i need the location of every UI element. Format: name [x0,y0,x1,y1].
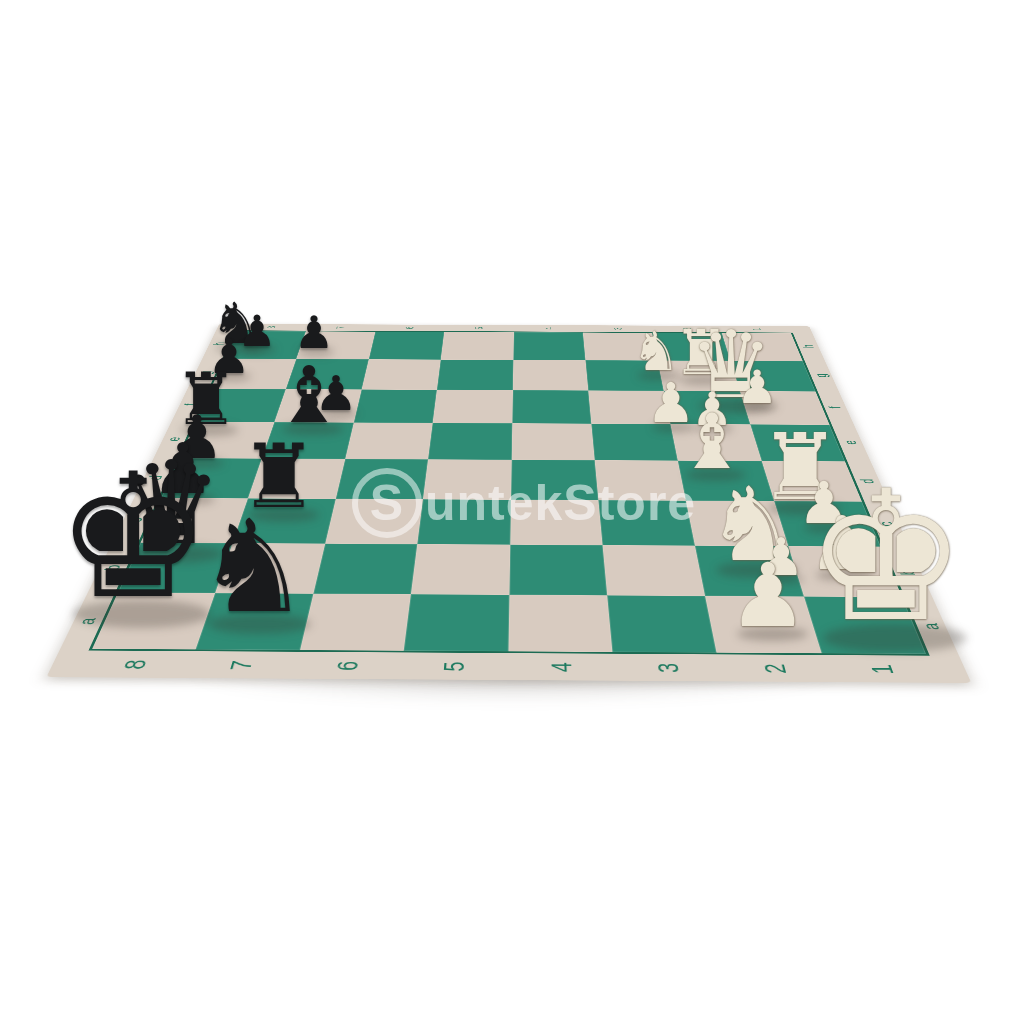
coord-label-left-b: b [102,565,124,571]
coord-label-top-2: 2 [681,328,693,330]
square-g4 [513,360,589,391]
coord-label-right-f: f [827,406,844,408]
coord-label-bottom-3: 3 [652,663,683,673]
square-a5 [404,594,509,651]
coord-label-top-1: 1 [751,328,763,330]
square-b8 [118,543,233,593]
coord-label-bottom-1: 1 [865,664,898,674]
coord-label-top-6: 6 [404,327,415,329]
square-g1 [730,361,815,392]
square-h7 [297,331,376,359]
watermark: SuntekStore [352,468,696,538]
square-a4 [508,595,612,652]
watermark-logo-ring: S [352,468,422,538]
coord-label-left-c: c [125,518,146,523]
square-g2 [658,361,740,392]
square-g8 [211,359,297,389]
square-f4 [512,390,591,423]
coord-label-top-4: 4 [543,327,554,329]
coord-label-right-c: c [876,522,897,527]
square-b4 [509,545,607,596]
coord-label-top-5: 5 [473,327,484,329]
square-f7 [275,389,362,422]
square-e2 [671,424,762,461]
square-g6 [361,359,440,389]
square-c8 [141,498,249,543]
square-b3 [602,545,705,596]
watermark-text: untekStore [425,474,696,532]
coord-label-left-e: e [165,437,184,441]
square-d8 [161,458,262,499]
coord-label-bottom-6: 6 [332,661,363,671]
square-f2 [664,391,750,425]
square-b6 [313,544,417,595]
square-a7 [196,593,313,650]
coord-label-left-h: h [211,342,227,345]
square-h8 [224,331,306,359]
square-f3 [588,390,670,424]
square-b1 [788,546,902,597]
square-e1 [750,424,845,461]
square-e6 [345,422,433,459]
coord-label-right-e: e [841,440,860,444]
square-h6 [369,332,445,360]
square-g3 [585,360,663,391]
square-e5 [428,423,512,460]
coord-label-left-g: g [197,371,214,375]
square-h3 [583,333,658,361]
coord-label-top-3: 3 [612,327,623,329]
square-d1 [761,461,862,502]
square-h2 [652,333,730,361]
square-a3 [607,595,717,652]
square-h1 [722,333,803,361]
square-a2 [705,596,821,653]
square-d7 [248,458,345,499]
square-a6 [300,594,411,651]
square-e8 [179,422,274,459]
watermark-ring-letter: S [370,474,404,532]
square-e3 [591,424,678,461]
square-e4 [511,423,594,460]
square-a8 [92,593,215,650]
square-b5 [411,544,510,595]
square-h5 [441,332,514,360]
coord-label-bottom-2: 2 [759,664,791,674]
coord-label-right-d: d [858,479,878,484]
square-b7 [215,543,325,594]
coord-label-right-g: g [813,374,830,378]
coord-label-top-7: 7 [335,326,347,328]
square-a1 [804,597,926,654]
square-c2 [686,501,788,546]
coord-label-right-h: h [800,345,816,348]
coord-label-bottom-4: 4 [546,662,576,672]
board-perspective-wrapper: 8765432187654321abcdefghabcdefgh [45,0,970,680]
square-f5 [433,390,513,423]
square-f8 [196,389,286,422]
square-c7 [233,499,336,544]
coord-label-top-8: 8 [266,326,278,328]
coord-label-right-b: b [897,569,919,575]
square-f1 [740,391,830,425]
square-h4 [513,332,585,360]
coord-label-bottom-8: 8 [118,660,151,670]
square-b2 [695,546,803,597]
coord-label-bottom-7: 7 [225,660,257,670]
square-e7 [262,422,354,459]
chess-set-product-photo: 8765432187654321abcdefghabcdefgh ♚♛♟♟♜♟♞… [0,0,1024,1024]
square-c1 [774,501,881,546]
coord-label-left-d: d [146,475,166,480]
square-f6 [354,389,437,422]
square-g5 [437,360,513,391]
coord-label-right-a: a [920,623,944,630]
coord-label-bottom-5: 5 [439,662,469,672]
coord-label-left-f: f [182,403,199,405]
coord-label-left-a: a [76,618,100,625]
square-g7 [286,359,369,389]
